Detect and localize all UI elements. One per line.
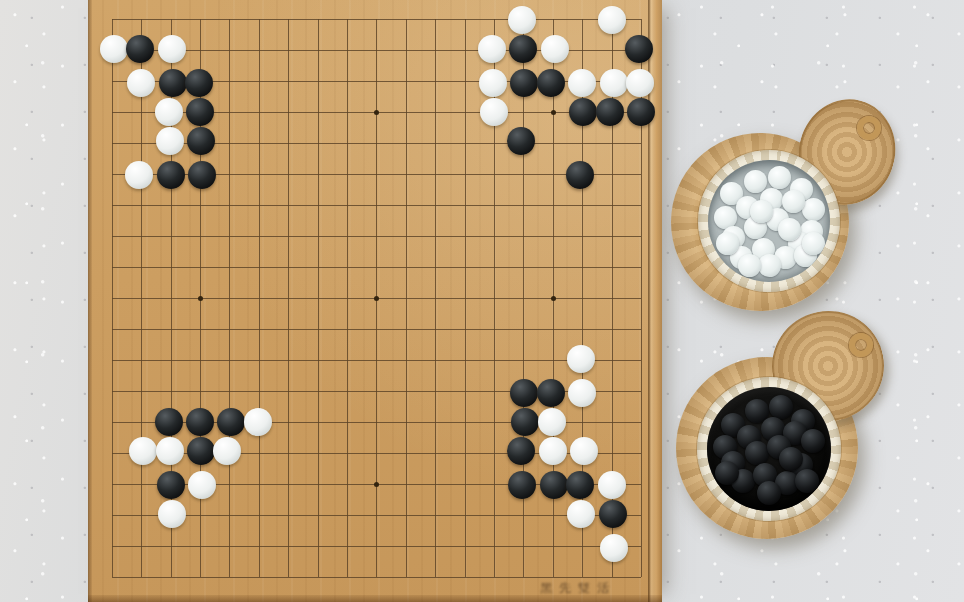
grid-line-horizontal [112,360,641,361]
white-stone [478,35,506,63]
board-maker-stamp: 黑先雙活 [540,580,710,597]
white-stone [125,161,153,189]
black-lid-handle-loop-icon [849,333,873,357]
go-board-photo-scene: 黑先雙活 [0,0,964,602]
black-stone [569,98,597,126]
black-stone-in-bowl [779,447,803,471]
white-stone [568,379,596,407]
black-stone [187,437,215,465]
black-stone [509,35,537,63]
black-stone [625,35,653,63]
black-stone [596,98,624,126]
white-stone [479,69,507,97]
grid-line-horizontal [112,515,641,516]
black-stone [599,500,627,528]
white-stone-in-bowl [744,170,767,193]
black-stone [507,437,535,465]
white-stone [538,408,566,436]
white-stone [541,35,569,63]
white-stone-in-bowl [716,232,739,255]
star-point [374,296,379,301]
white-stone [539,437,567,465]
white-stone-in-bowl [802,198,825,221]
white-stone [158,500,186,528]
black-stone-in-bowl [801,429,825,453]
grid-line-vertical [435,19,436,578]
black-stone [157,471,185,499]
white-stone [213,437,241,465]
white-stone [156,127,184,155]
black-stone-in-bowl [745,441,769,465]
star-point [374,482,379,487]
white-stone [626,69,654,97]
white-stone-in-bowl [782,190,805,213]
black-stone [511,408,539,436]
white-stone-in-bowl [738,254,761,277]
white-stone [244,408,272,436]
white-stone [568,69,596,97]
white-stone-in-bowl [758,254,781,277]
white-stone [480,98,508,126]
white-stone [129,437,157,465]
black-stone [155,408,183,436]
black-stone [540,471,568,499]
white-stone [567,500,595,528]
black-stone [185,69,213,97]
black-stone-in-bowl [795,469,819,493]
go-board: 黑先雙活 [88,0,662,602]
black-stone [157,161,185,189]
black-stone [507,127,535,155]
white-stone-in-bowl [802,232,825,255]
white-stone [600,69,628,97]
grid-line-vertical [465,19,466,578]
grid-line-horizontal [112,329,641,330]
black-stone [217,408,245,436]
black-stone-in-bowl [715,461,739,485]
white-stone [127,69,155,97]
black-stone [537,379,565,407]
black-stone [188,161,216,189]
white-stone [570,437,598,465]
black-bowl-opening [707,387,831,511]
white-stone [600,534,628,562]
black-stone [566,161,594,189]
white-stone [156,437,184,465]
white-stone-in-bowl [778,218,801,241]
black-stone [186,98,214,126]
black-stone [508,471,536,499]
black-stone [510,69,538,97]
star-point [551,296,556,301]
black-stone [510,379,538,407]
white-stone [188,471,216,499]
white-stone [100,35,128,63]
white-stone [598,6,626,34]
grid-line-vertical [406,19,407,578]
white-stone [158,35,186,63]
white-stone [508,6,536,34]
grid-line-horizontal [112,577,641,578]
white-stone [598,471,626,499]
grid-line-horizontal [112,546,641,547]
white-stone [567,345,595,373]
black-stone [187,127,215,155]
white-lid-handle-loop-icon [857,116,881,140]
white-stone-in-bowl [750,200,773,223]
black-stone [627,98,655,126]
star-point [374,110,379,115]
black-stone-in-bowl [769,395,793,419]
black-stone [537,69,565,97]
black-stone [566,471,594,499]
black-stone [186,408,214,436]
star-point [551,110,556,115]
white-stone [155,98,183,126]
black-stone [126,35,154,63]
star-point [198,296,203,301]
board-left-edge [88,0,92,602]
white-stone-in-bowl [768,166,791,189]
white-bowl-opening [708,160,830,282]
black-stone-in-bowl [757,481,781,505]
black-stone [159,69,187,97]
